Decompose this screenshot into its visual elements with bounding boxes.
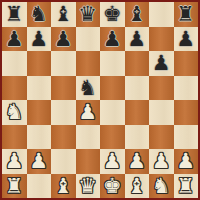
square-f1[interactable]: ♝ <box>125 174 150 199</box>
piece-white-pawn[interactable]: ♟ <box>152 149 171 174</box>
piece-white-bishop[interactable]: ♝ <box>127 174 146 199</box>
piece-black-rook[interactable]: ♜ <box>5 2 24 27</box>
square-a2[interactable]: ♟ <box>2 149 27 174</box>
square-g6[interactable]: ♟ <box>149 51 174 76</box>
square-b8[interactable]: ♞ <box>27 2 52 27</box>
square-d5[interactable]: ♞ <box>76 76 101 101</box>
square-a1[interactable]: ♜ <box>2 174 27 199</box>
square-g1[interactable]: ♞ <box>149 174 174 199</box>
square-f7[interactable]: ♟ <box>125 27 150 52</box>
square-c5[interactable] <box>51 76 76 101</box>
chess-board-frame: ♜♞♝♛♚♝♜♟♟♟♟♟♟♟♞♞♟♟♟♟♟♟♟♜♝♛♚♝♞♜ <box>0 0 200 200</box>
piece-white-pawn[interactable]: ♟ <box>5 149 24 174</box>
piece-black-queen[interactable]: ♛ <box>78 2 97 27</box>
square-b4[interactable] <box>27 100 52 125</box>
square-h7[interactable]: ♟ <box>174 27 199 52</box>
square-b7[interactable]: ♟ <box>27 27 52 52</box>
piece-white-pawn[interactable]: ♟ <box>29 149 48 174</box>
square-b3[interactable] <box>27 125 52 150</box>
square-f3[interactable] <box>125 125 150 150</box>
piece-white-pawn[interactable]: ♟ <box>103 149 122 174</box>
square-h5[interactable] <box>174 76 199 101</box>
square-c4[interactable] <box>51 100 76 125</box>
piece-black-bishop[interactable]: ♝ <box>127 2 146 27</box>
piece-white-rook[interactable]: ♜ <box>5 174 24 199</box>
square-f8[interactable]: ♝ <box>125 2 150 27</box>
square-e1[interactable]: ♚ <box>100 174 125 199</box>
piece-black-pawn[interactable]: ♟ <box>29 27 48 52</box>
square-e7[interactable]: ♟ <box>100 27 125 52</box>
square-a8[interactable]: ♜ <box>2 2 27 27</box>
piece-black-pawn[interactable]: ♟ <box>127 27 146 52</box>
square-f5[interactable] <box>125 76 150 101</box>
piece-white-bishop[interactable]: ♝ <box>54 174 73 199</box>
square-c1[interactable]: ♝ <box>51 174 76 199</box>
square-f2[interactable]: ♟ <box>125 149 150 174</box>
square-e2[interactable]: ♟ <box>100 149 125 174</box>
square-c2[interactable] <box>51 149 76 174</box>
square-d8[interactable]: ♛ <box>76 2 101 27</box>
square-d4[interactable]: ♟ <box>76 100 101 125</box>
square-b2[interactable]: ♟ <box>27 149 52 174</box>
square-f6[interactable] <box>125 51 150 76</box>
square-a4[interactable]: ♞ <box>2 100 27 125</box>
piece-black-knight[interactable]: ♞ <box>29 2 48 27</box>
piece-white-pawn[interactable]: ♟ <box>127 149 146 174</box>
square-g2[interactable]: ♟ <box>149 149 174 174</box>
piece-white-rook[interactable]: ♜ <box>176 174 195 199</box>
square-c8[interactable]: ♝ <box>51 2 76 27</box>
piece-white-knight[interactable]: ♞ <box>152 174 171 199</box>
square-h3[interactable] <box>174 125 199 150</box>
square-h1[interactable]: ♜ <box>174 174 199 199</box>
square-h4[interactable] <box>174 100 199 125</box>
piece-white-knight[interactable]: ♞ <box>5 100 24 125</box>
piece-white-queen[interactable]: ♛ <box>78 174 97 199</box>
square-c3[interactable] <box>51 125 76 150</box>
piece-black-bishop[interactable]: ♝ <box>54 2 73 27</box>
square-b5[interactable] <box>27 76 52 101</box>
square-a3[interactable] <box>2 125 27 150</box>
square-e4[interactable] <box>100 100 125 125</box>
square-b6[interactable] <box>27 51 52 76</box>
piece-black-pawn[interactable]: ♟ <box>54 27 73 52</box>
piece-black-knight[interactable]: ♞ <box>78 76 97 101</box>
square-f4[interactable] <box>125 100 150 125</box>
square-a7[interactable]: ♟ <box>2 27 27 52</box>
piece-black-pawn[interactable]: ♟ <box>152 51 171 76</box>
piece-black-pawn[interactable]: ♟ <box>5 27 24 52</box>
square-d3[interactable] <box>76 125 101 150</box>
square-c6[interactable] <box>51 51 76 76</box>
piece-white-pawn[interactable]: ♟ <box>78 100 97 125</box>
square-e3[interactable] <box>100 125 125 150</box>
square-h2[interactable]: ♟ <box>174 149 199 174</box>
square-g4[interactable] <box>149 100 174 125</box>
square-g8[interactable] <box>149 2 174 27</box>
piece-black-pawn[interactable]: ♟ <box>103 27 122 52</box>
square-g7[interactable] <box>149 27 174 52</box>
piece-white-pawn[interactable]: ♟ <box>176 149 195 174</box>
square-a5[interactable] <box>2 76 27 101</box>
piece-black-pawn[interactable]: ♟ <box>176 27 195 52</box>
square-h6[interactable] <box>174 51 199 76</box>
chess-board: ♜♞♝♛♚♝♜♟♟♟♟♟♟♟♞♞♟♟♟♟♟♟♟♜♝♛♚♝♞♜ <box>2 2 198 198</box>
square-g3[interactable] <box>149 125 174 150</box>
piece-black-rook[interactable]: ♜ <box>176 2 195 27</box>
square-c7[interactable]: ♟ <box>51 27 76 52</box>
square-e8[interactable]: ♚ <box>100 2 125 27</box>
square-d7[interactable] <box>76 27 101 52</box>
piece-black-king[interactable]: ♚ <box>103 2 122 27</box>
square-e6[interactable] <box>100 51 125 76</box>
square-d6[interactable] <box>76 51 101 76</box>
square-g5[interactable] <box>149 76 174 101</box>
square-e5[interactable] <box>100 76 125 101</box>
square-d1[interactable]: ♛ <box>76 174 101 199</box>
square-d2[interactable] <box>76 149 101 174</box>
square-h8[interactable]: ♜ <box>174 2 199 27</box>
square-b1[interactable] <box>27 174 52 199</box>
piece-white-king[interactable]: ♚ <box>103 174 122 199</box>
square-a6[interactable] <box>2 51 27 76</box>
